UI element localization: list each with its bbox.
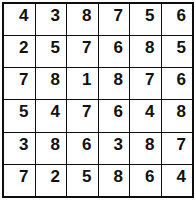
grid-cell: 6 (67, 133, 98, 164)
cell-digit: 5 (51, 39, 60, 56)
grid-cell: 6 (99, 100, 130, 131)
cell-digit: 8 (145, 39, 154, 56)
grid-cell: 7 (162, 133, 193, 164)
cell-digit: 6 (145, 168, 154, 185)
cell-digit: 5 (82, 168, 91, 185)
cell-digit: 7 (19, 168, 28, 185)
cell-digit: 3 (19, 136, 28, 153)
cell-digit: 6 (114, 103, 123, 120)
cell-digit: 5 (145, 7, 154, 24)
cell-digit: 3 (51, 7, 60, 24)
cell-digit: 2 (51, 168, 60, 185)
cell-digit: 7 (114, 7, 123, 24)
grid-cell: 1 (67, 68, 98, 99)
cell-digit: 7 (19, 71, 28, 88)
grid-cell: 6 (162, 4, 193, 35)
grid-cell: 8 (36, 133, 67, 164)
cell-digit: 8 (177, 103, 186, 120)
cell-digit: 5 (19, 103, 28, 120)
cell-digit: 7 (82, 39, 91, 56)
grid-cell: 8 (99, 165, 130, 196)
grid-cell: 4 (36, 100, 67, 131)
grid-cell: 5 (130, 4, 161, 35)
cell-digit: 7 (82, 103, 91, 120)
page-background: { "game": "number-grid-puzzle (6x6 grid … (0, 0, 196, 200)
grid-cell: 7 (67, 100, 98, 131)
number-grid: 438756257685781876547648386387725864 (4, 4, 192, 196)
grid-cell: 8 (99, 68, 130, 99)
cell-digit: 7 (145, 71, 154, 88)
grid-cell: 4 (130, 100, 161, 131)
grid-cell: 7 (130, 68, 161, 99)
grid-cell: 7 (67, 36, 98, 67)
grid-cell: 3 (36, 4, 67, 35)
cell-digit: 6 (82, 136, 91, 153)
cell-digit: 5 (177, 39, 186, 56)
grid-cell: 6 (162, 68, 193, 99)
grid-cell: 5 (36, 36, 67, 67)
grid-cell: 8 (130, 133, 161, 164)
grid-cell: 8 (162, 100, 193, 131)
cell-digit: 7 (177, 136, 186, 153)
grid-cell: 5 (162, 36, 193, 67)
grid-cell: 6 (130, 165, 161, 196)
cell-digit: 8 (145, 136, 154, 153)
cell-digit: 8 (51, 71, 60, 88)
grid-cell: 7 (4, 165, 35, 196)
grid-cell: 6 (99, 36, 130, 67)
cell-digit: 4 (19, 7, 28, 24)
cell-digit: 4 (177, 168, 186, 185)
cell-digit: 8 (114, 168, 123, 185)
number-grid-board: 438756257685781876547648386387725864 (2, 2, 194, 198)
cell-digit: 3 (114, 136, 123, 153)
grid-cell: 5 (67, 165, 98, 196)
grid-cell: 4 (162, 165, 193, 196)
cell-digit: 8 (82, 7, 91, 24)
cell-digit: 6 (177, 7, 186, 24)
cell-digit: 2 (19, 39, 28, 56)
grid-cell: 5 (4, 100, 35, 131)
grid-cell: 2 (36, 165, 67, 196)
grid-cell: 4 (4, 4, 35, 35)
grid-cell: 8 (130, 36, 161, 67)
cell-digit: 8 (114, 71, 123, 88)
cell-digit: 1 (82, 71, 91, 88)
grid-cell: 7 (4, 68, 35, 99)
cell-digit: 8 (51, 136, 60, 153)
grid-cell: 3 (4, 133, 35, 164)
cell-digit: 4 (51, 103, 60, 120)
grid-cell: 7 (99, 4, 130, 35)
grid-cell: 3 (99, 133, 130, 164)
grid-cell: 8 (67, 4, 98, 35)
grid-cell: 2 (4, 36, 35, 67)
cell-digit: 6 (114, 39, 123, 56)
cell-digit: 4 (145, 103, 154, 120)
grid-cell: 8 (36, 68, 67, 99)
cell-digit: 6 (177, 71, 186, 88)
